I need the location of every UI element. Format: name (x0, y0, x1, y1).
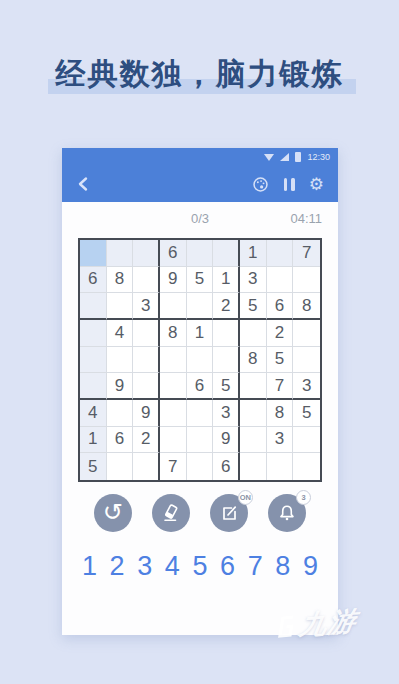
bell-icon (277, 503, 297, 523)
settings-button[interactable]: ⚙ (309, 176, 324, 193)
page-title-wrap: 经典数独，脑力锻炼 (56, 54, 344, 95)
back-button[interactable] (76, 176, 92, 192)
pause-icon (284, 178, 288, 191)
cell-r8c8[interactable]: 3 (267, 427, 294, 454)
cell-r4c8[interactable]: 2 (267, 320, 294, 347)
cell-r2c6[interactable]: 1 (213, 267, 240, 294)
cell-r1c5[interactable] (187, 240, 214, 267)
back-chevron-icon (76, 176, 92, 192)
notes-button[interactable]: ON (210, 494, 248, 532)
cell-r4c6[interactable] (213, 320, 240, 347)
cell-r5c3[interactable] (133, 347, 160, 374)
wifi-icon (264, 154, 274, 161)
cell-r9c4[interactable]: 7 (160, 453, 187, 480)
palette-icon (251, 175, 270, 194)
eraser-button[interactable] (152, 494, 190, 532)
cell-r1c3[interactable] (133, 240, 160, 267)
cell-r9c6[interactable]: 6 (213, 453, 240, 480)
cell-r7c7[interactable] (240, 400, 267, 427)
sudoku-board: 61768951332568481285965734938516293576 (78, 238, 322, 482)
cell-r8c6[interactable]: 9 (213, 427, 240, 454)
cell-r3c5[interactable] (187, 293, 214, 320)
eraser-icon (161, 503, 181, 523)
app-bar: ⚙ (62, 166, 338, 202)
number-pad: 123456789 (62, 550, 338, 582)
cell-r3c4[interactable] (160, 293, 187, 320)
cell-r7c2[interactable] (107, 400, 134, 427)
cell-r3c8[interactable]: 6 (267, 293, 294, 320)
battery-icon (295, 152, 301, 162)
cell-r2c7[interactable]: 3 (240, 267, 267, 294)
cell-r6c8[interactable]: 7 (267, 373, 294, 400)
numpad-6[interactable]: 6 (220, 550, 235, 582)
pencil-icon (219, 503, 239, 523)
hint-count-badge: 3 (296, 490, 311, 505)
cell-r8c2[interactable]: 6 (107, 427, 134, 454)
pause-button[interactable] (284, 178, 295, 191)
cell-r2c8[interactable] (267, 267, 294, 294)
cell-r7c6[interactable]: 3 (213, 400, 240, 427)
numpad-2[interactable]: 2 (110, 550, 125, 582)
cell-r7c3[interactable]: 9 (133, 400, 160, 427)
toolbar: ↺ ON (62, 494, 338, 532)
page-title: 经典数独，脑力锻炼 (56, 54, 344, 95)
cell-r3c9[interactable]: 8 (293, 293, 320, 320)
cell-r4c7[interactable] (240, 320, 267, 347)
cell-r9c1[interactable]: 5 (80, 453, 107, 480)
progress-label: 0/3 (191, 211, 209, 226)
numpad-7[interactable]: 7 (248, 550, 263, 582)
info-row: 0/3 04:11 (62, 205, 338, 231)
cell-r2c2[interactable]: 8 (107, 267, 134, 294)
cell-r8c3[interactable]: 2 (133, 427, 160, 454)
cell-r7c4[interactable] (160, 400, 187, 427)
cell-r7c8[interactable]: 8 (267, 400, 294, 427)
cell-r6c2[interactable]: 9 (107, 373, 134, 400)
cell-r3c3[interactable]: 3 (133, 293, 160, 320)
status-bar: 12:30 (62, 148, 338, 166)
cell-r1c6[interactable] (213, 240, 240, 267)
cell-r3c6[interactable]: 2 (213, 293, 240, 320)
cell-r4c3[interactable] (133, 320, 160, 347)
cell-r7c1[interactable]: 4 (80, 400, 107, 427)
numpad-3[interactable]: 3 (137, 550, 152, 582)
cell-r9c7[interactable] (240, 453, 267, 480)
cell-r8c4[interactable] (160, 427, 187, 454)
cell-r6c3[interactable] (133, 373, 160, 400)
cell-r1c7[interactable]: 1 (240, 240, 267, 267)
cell-r9c5[interactable] (187, 453, 214, 480)
cell-r6c7[interactable] (240, 373, 267, 400)
gear-icon: ⚙ (309, 176, 324, 193)
cell-r2c3[interactable] (133, 267, 160, 294)
hint-button[interactable]: 3 (268, 494, 306, 532)
numpad-4[interactable]: 4 (165, 550, 180, 582)
cell-r2c4[interactable]: 9 (160, 267, 187, 294)
cell-r9c2[interactable] (107, 453, 134, 480)
cell-r1c2[interactable] (107, 240, 134, 267)
watermark-mark-icon (275, 614, 297, 639)
cell-r6c4[interactable] (160, 373, 187, 400)
cell-r1c1[interactable] (80, 240, 107, 267)
page: 经典数独，脑力锻炼 12:30 (0, 0, 399, 684)
cell-r3c1[interactable] (80, 293, 107, 320)
cell-r9c9[interactable] (293, 453, 320, 480)
cell-r4c5[interactable]: 1 (187, 320, 214, 347)
cell-r1c8[interactable] (267, 240, 294, 267)
cell-r8c7[interactable] (240, 427, 267, 454)
cell-r7c9[interactable]: 5 (293, 400, 320, 427)
timer-label: 04:11 (209, 211, 322, 226)
signal-icon (280, 153, 289, 161)
watermark-text: 九游 (297, 603, 360, 644)
cell-r2c1[interactable]: 6 (80, 267, 107, 294)
cell-r6c5[interactable]: 6 (187, 373, 214, 400)
cell-r6c6[interactable]: 5 (213, 373, 240, 400)
app-screenshot-panel: 12:30 (62, 148, 338, 635)
cell-r3c2[interactable] (107, 293, 134, 320)
theme-palette-button[interactable] (251, 175, 270, 194)
numpad-8[interactable]: 8 (275, 550, 290, 582)
cell-r8c5[interactable] (187, 427, 214, 454)
cell-r1c9[interactable]: 7 (293, 240, 320, 267)
cell-r5c7[interactable]: 8 (240, 347, 267, 374)
numpad-9[interactable]: 9 (303, 550, 318, 582)
cell-r5c8[interactable]: 5 (267, 347, 294, 374)
cell-r2c5[interactable]: 5 (187, 267, 214, 294)
numpad-1[interactable]: 1 (82, 550, 97, 582)
cell-r9c8[interactable] (267, 453, 294, 480)
cell-r4c1[interactable] (80, 320, 107, 347)
cell-r6c1[interactable] (80, 373, 107, 400)
cell-r2c9[interactable] (293, 267, 320, 294)
undo-icon: ↺ (103, 500, 123, 524)
cell-r5c5[interactable] (187, 347, 214, 374)
cell-r8c1[interactable]: 1 (80, 427, 107, 454)
cell-r4c4[interactable]: 8 (160, 320, 187, 347)
cell-r7c5[interactable] (187, 400, 214, 427)
cell-r5c9[interactable] (293, 347, 320, 374)
cell-r5c2[interactable] (107, 347, 134, 374)
cell-r1c4[interactable]: 6 (160, 240, 187, 267)
cell-r6c9[interactable]: 3 (293, 373, 320, 400)
cell-r4c2[interactable]: 4 (107, 320, 134, 347)
cell-r9c3[interactable] (133, 453, 160, 480)
cell-r4c9[interactable] (293, 320, 320, 347)
undo-button[interactable]: ↺ (94, 494, 132, 532)
notes-on-badge: ON (238, 490, 253, 505)
cell-r5c1[interactable] (80, 347, 107, 374)
cell-r5c6[interactable] (213, 347, 240, 374)
numpad-5[interactable]: 5 (192, 550, 207, 582)
status-time: 12:30 (307, 152, 330, 162)
cell-r5c4[interactable] (160, 347, 187, 374)
cell-r3c7[interactable]: 5 (240, 293, 267, 320)
cell-r8c9[interactable] (293, 427, 320, 454)
watermark-logo: 九游 (274, 603, 359, 646)
